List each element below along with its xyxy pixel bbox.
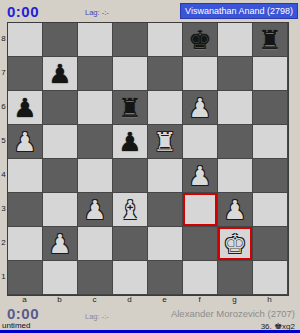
white-pawn-f4[interactable]: ♟ — [188, 163, 211, 189]
square-d2[interactable] — [113, 227, 148, 261]
square-g4[interactable] — [218, 159, 253, 193]
square-f5[interactable] — [183, 125, 218, 159]
square-f4[interactable]: ♟ — [183, 159, 218, 193]
square-b2[interactable]: ♟ — [43, 227, 78, 261]
square-g6[interactable] — [218, 91, 253, 125]
king-icon: ♚ — [274, 321, 282, 331]
square-e6[interactable] — [148, 91, 183, 125]
square-d4[interactable] — [113, 159, 148, 193]
square-e5[interactable]: ♜ — [148, 125, 183, 159]
rank-label-1: 1 — [0, 260, 7, 294]
black-pawn-d5[interactable]: ♟ — [118, 129, 141, 155]
square-h5[interactable] — [253, 125, 288, 159]
white-bishop-d3[interactable]: ♝ — [118, 197, 141, 223]
square-g5[interactable] — [218, 125, 253, 159]
square-d5[interactable]: ♟ — [113, 125, 148, 159]
top-player-clock: 0:00 — [7, 3, 39, 20]
square-g3[interactable]: ♟ — [218, 193, 253, 227]
square-d7[interactable] — [113, 57, 148, 91]
white-pawn-f6[interactable]: ♟ — [188, 95, 211, 121]
square-d6[interactable]: ♜ — [113, 91, 148, 125]
rank-label-4: 4 — [0, 158, 7, 192]
timing-status: untimed — [2, 321, 30, 330]
square-f6[interactable]: ♟ — [183, 91, 218, 125]
square-d1[interactable] — [113, 261, 148, 295]
square-e8[interactable] — [148, 23, 183, 57]
square-g2[interactable]: ♚ — [218, 227, 253, 261]
status-row: untimed 36. ♚xg2 — [0, 321, 300, 330]
rank-label-2: 2 — [0, 226, 7, 260]
square-b5[interactable] — [43, 125, 78, 159]
square-h2[interactable] — [253, 227, 288, 261]
square-c4[interactable] — [78, 159, 113, 193]
square-a7[interactable] — [8, 57, 43, 91]
square-h3[interactable] — [253, 193, 288, 227]
top-player-lag: Lag: -:- — [85, 8, 109, 17]
square-c1[interactable] — [78, 261, 113, 295]
square-h4[interactable] — [253, 159, 288, 193]
bottom-player-clock: 0:00 — [7, 305, 39, 322]
rank-labels: 87654321 — [0, 22, 7, 294]
rank-label-6: 6 — [0, 90, 7, 124]
black-pawn-b7[interactable]: ♟ — [48, 61, 71, 87]
square-d8[interactable] — [113, 23, 148, 57]
bottom-player-row: 0:00 Lag: -:- Alexander Morozevich (2707… — [0, 306, 300, 321]
square-e4[interactable] — [148, 159, 183, 193]
black-rook-d6[interactable]: ♜ — [118, 95, 141, 121]
square-c8[interactable] — [78, 23, 113, 57]
chess-board: ♚♜♟♟♜♟♟♟♜♟♟♝♟♟♚ — [7, 22, 289, 296]
square-d3[interactable]: ♝ — [113, 193, 148, 227]
chess-app-window: 0:00 Lag: -:- Viswanathan Anand (2798) 8… — [0, 0, 300, 333]
square-f8[interactable]: ♚ — [183, 23, 218, 57]
square-c3[interactable]: ♟ — [78, 193, 113, 227]
bottom-player-name: Alexander Morozevich (2707) — [171, 308, 295, 319]
square-g7[interactable] — [218, 57, 253, 91]
white-pawn-g3[interactable]: ♟ — [223, 197, 246, 223]
black-pawn-a6[interactable]: ♟ — [13, 95, 36, 121]
bottom-player-bar: 0:00 Lag: -:- Alexander Morozevich (2707… — [0, 306, 300, 330]
square-e3[interactable] — [148, 193, 183, 227]
square-a6[interactable]: ♟ — [8, 91, 43, 125]
square-c5[interactable] — [78, 125, 113, 159]
white-pawn-a5[interactable]: ♟ — [13, 129, 36, 155]
top-player-nameplate: Viswanathan Anand (2798) — [180, 3, 298, 19]
square-a5[interactable]: ♟ — [8, 125, 43, 159]
square-b7[interactable]: ♟ — [43, 57, 78, 91]
move-text: xg2 — [282, 322, 295, 331]
square-f3[interactable] — [183, 193, 218, 227]
square-a3[interactable] — [8, 193, 43, 227]
square-a8[interactable] — [8, 23, 43, 57]
move-number: 36. — [261, 322, 272, 331]
rank-label-7: 7 — [0, 56, 7, 90]
square-b8[interactable] — [43, 23, 78, 57]
square-h7[interactable] — [253, 57, 288, 91]
square-h1[interactable] — [253, 261, 288, 295]
square-c6[interactable] — [78, 91, 113, 125]
square-c7[interactable] — [78, 57, 113, 91]
square-b1[interactable] — [43, 261, 78, 295]
square-b3[interactable] — [43, 193, 78, 227]
rank-label-8: 8 — [0, 22, 7, 56]
square-a2[interactable] — [8, 227, 43, 261]
white-king-g2[interactable]: ♚ — [223, 231, 246, 257]
top-player-bar: 0:00 Lag: -:- Viswanathan Anand (2798) — [0, 0, 300, 22]
white-pawn-c3[interactable]: ♟ — [83, 197, 106, 223]
square-a4[interactable] — [8, 159, 43, 193]
white-rook-e5[interactable]: ♜ — [153, 129, 176, 155]
square-f7[interactable] — [183, 57, 218, 91]
square-c2[interactable] — [78, 227, 113, 261]
black-king-f8[interactable]: ♚ — [188, 27, 211, 53]
last-move: 36. ♚xg2 — [261, 321, 295, 331]
bottom-player-lag: Lag: -:- — [85, 312, 109, 321]
white-pawn-b2[interactable]: ♟ — [48, 231, 71, 257]
square-g1[interactable] — [218, 261, 253, 295]
square-f1[interactable] — [183, 261, 218, 295]
square-e7[interactable] — [148, 57, 183, 91]
black-rook-h8[interactable]: ♜ — [258, 27, 281, 53]
rank-label-3: 3 — [0, 192, 7, 226]
square-e1[interactable] — [148, 261, 183, 295]
square-h8[interactable]: ♜ — [253, 23, 288, 57]
square-b6[interactable] — [43, 91, 78, 125]
rank-label-5: 5 — [0, 124, 7, 158]
board-area: 87654321 ♚♜♟♟♜♟♟♟♜♟♟♝♟♟♚ — [0, 22, 300, 294]
square-e2[interactable] — [148, 227, 183, 261]
square-h6[interactable] — [253, 91, 288, 125]
square-b4[interactable] — [43, 159, 78, 193]
square-a1[interactable] — [8, 261, 43, 295]
square-f2[interactable] — [183, 227, 218, 261]
square-g8[interactable] — [218, 23, 253, 57]
